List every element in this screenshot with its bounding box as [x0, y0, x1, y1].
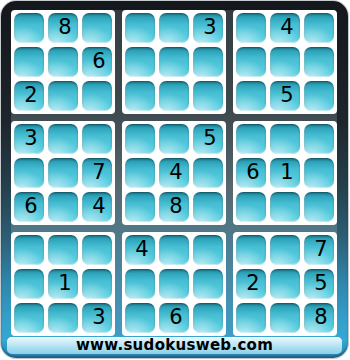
- cell-r2c4[interactable]: [125, 47, 155, 77]
- cell-r6c3[interactable]: 4: [82, 192, 112, 222]
- given-digit: 7: [92, 162, 105, 183]
- cell-r7c3[interactable]: [82, 235, 112, 265]
- cell-r4c4[interactable]: [125, 124, 155, 154]
- cell-r8c3[interactable]: [82, 269, 112, 299]
- cell-r9c8[interactable]: [270, 303, 300, 333]
- cell-r3c1[interactable]: 2: [14, 81, 44, 111]
- cell-r6c7[interactable]: [236, 192, 266, 222]
- given-digit: 4: [169, 162, 182, 183]
- cell-r8c7[interactable]: 2: [236, 269, 266, 299]
- cell-r4c2[interactable]: [48, 124, 78, 154]
- box-r1c3: 45: [233, 10, 337, 114]
- cell-r2c5[interactable]: [159, 47, 189, 77]
- cell-r7c2[interactable]: [48, 235, 78, 265]
- given-digit: 3: [92, 307, 105, 328]
- cell-r2c3[interactable]: 6: [82, 47, 112, 77]
- given-digit: 7: [314, 239, 327, 260]
- given-digit: 4: [92, 196, 105, 217]
- box-r1c2: 3: [122, 10, 226, 114]
- cell-r3c6[interactable]: [193, 81, 223, 111]
- cell-r1c6[interactable]: 3: [193, 13, 223, 43]
- cell-r1c3[interactable]: [82, 13, 112, 43]
- given-digit: 8: [58, 17, 71, 38]
- cell-r3c3[interactable]: [82, 81, 112, 111]
- box-r2c1: 3764: [11, 121, 115, 225]
- cell-r7c8[interactable]: [270, 235, 300, 265]
- cell-r6c4[interactable]: [125, 192, 155, 222]
- cell-r5c3[interactable]: 7: [82, 158, 112, 188]
- cell-r2c7[interactable]: [236, 47, 266, 77]
- cell-r3c5[interactable]: [159, 81, 189, 111]
- cell-r7c1[interactable]: [14, 235, 44, 265]
- given-digit: 1: [58, 273, 71, 294]
- cell-r3c4[interactable]: [125, 81, 155, 111]
- cell-r3c2[interactable]: [48, 81, 78, 111]
- cell-r6c8[interactable]: [270, 192, 300, 222]
- given-digit: 8: [169, 196, 182, 217]
- box-r3c3: 7258: [233, 232, 337, 336]
- board-frame: 86234537645486113467258 www.sudokusweb.c…: [1, 1, 348, 358]
- given-digit: 5: [314, 273, 327, 294]
- cell-r6c6[interactable]: [193, 192, 223, 222]
- cell-r4c6[interactable]: 5: [193, 124, 223, 154]
- cell-r5c6[interactable]: [193, 158, 223, 188]
- box-r3c2: 46: [122, 232, 226, 336]
- given-digit: 2: [246, 273, 259, 294]
- cell-r2c2[interactable]: [48, 47, 78, 77]
- given-digit: 4: [135, 239, 148, 260]
- cell-r3c8[interactable]: 5: [270, 81, 300, 111]
- cell-r7c4[interactable]: 4: [125, 235, 155, 265]
- given-digit: 5: [203, 128, 216, 149]
- cell-r2c6[interactable]: [193, 47, 223, 77]
- given-digit: 3: [24, 128, 37, 149]
- cell-r8c1[interactable]: [14, 269, 44, 299]
- cell-r6c1[interactable]: 6: [14, 192, 44, 222]
- cell-r3c7[interactable]: [236, 81, 266, 111]
- cell-r7c6[interactable]: [193, 235, 223, 265]
- cell-r8c6[interactable]: [193, 269, 223, 299]
- sudoku-board: 86234537645486113467258: [11, 10, 337, 336]
- box-r2c3: 61: [233, 121, 337, 225]
- cell-r9c7[interactable]: [236, 303, 266, 333]
- cell-r1c1[interactable]: [14, 13, 44, 43]
- cell-r5c1[interactable]: [14, 158, 44, 188]
- cell-r5c5[interactable]: 4: [159, 158, 189, 188]
- cell-r7c7[interactable]: [236, 235, 266, 265]
- box-r1c1: 862: [11, 10, 115, 114]
- cell-r1c9[interactable]: [304, 13, 334, 43]
- cell-r4c9[interactable]: [304, 124, 334, 154]
- given-digit: 1: [280, 162, 293, 183]
- cell-r9c1[interactable]: [14, 303, 44, 333]
- cell-r2c1[interactable]: [14, 47, 44, 77]
- cell-r9c3[interactable]: 3: [82, 303, 112, 333]
- cell-r9c6[interactable]: [193, 303, 223, 333]
- given-digit: 8: [314, 307, 327, 328]
- cell-r4c1[interactable]: 3: [14, 124, 44, 154]
- cell-r9c2[interactable]: [48, 303, 78, 333]
- box-r3c1: 13: [11, 232, 115, 336]
- cell-r2c9[interactable]: [304, 47, 334, 77]
- footer-bar: www.sudokusweb.com: [7, 337, 342, 354]
- cell-r1c4[interactable]: [125, 13, 155, 43]
- cell-r5c8[interactable]: 1: [270, 158, 300, 188]
- cell-r3c9[interactable]: [304, 81, 334, 111]
- given-digit: 6: [246, 162, 259, 183]
- cell-r8c4[interactable]: [125, 269, 155, 299]
- box-r2c2: 548: [122, 121, 226, 225]
- cell-r9c5[interactable]: 6: [159, 303, 189, 333]
- cell-r6c2[interactable]: [48, 192, 78, 222]
- given-digit: 6: [92, 51, 105, 72]
- cell-r6c5[interactable]: 8: [159, 192, 189, 222]
- given-digit: 2: [24, 85, 37, 106]
- cell-r4c7[interactable]: [236, 124, 266, 154]
- cell-r1c5[interactable]: [159, 13, 189, 43]
- cell-r8c8[interactable]: [270, 269, 300, 299]
- sudoku-widget: 86234537645486113467258 www.sudokusweb.c…: [0, 0, 350, 360]
- cell-r9c9[interactable]: 8: [304, 303, 334, 333]
- cell-r8c2[interactable]: 1: [48, 269, 78, 299]
- cell-r5c2[interactable]: [48, 158, 78, 188]
- website-url: www.sudokusweb.com: [76, 338, 273, 353]
- given-digit: 4: [280, 17, 293, 38]
- cell-r8c5[interactable]: [159, 269, 189, 299]
- cell-r7c9[interactable]: 7: [304, 235, 334, 265]
- given-digit: 6: [24, 196, 37, 217]
- given-digit: 5: [280, 85, 293, 106]
- cell-r4c3[interactable]: [82, 124, 112, 154]
- cell-r7c5[interactable]: [159, 235, 189, 265]
- cell-r2c8[interactable]: [270, 47, 300, 77]
- cell-r8c9[interactable]: 5: [304, 269, 334, 299]
- cell-r1c7[interactable]: [236, 13, 266, 43]
- cell-r5c7[interactable]: 6: [236, 158, 266, 188]
- given-digit: 6: [169, 307, 182, 328]
- given-digit: 3: [203, 17, 216, 38]
- cell-r1c2[interactable]: 8: [48, 13, 78, 43]
- cell-r9c4[interactable]: [125, 303, 155, 333]
- cell-r4c5[interactable]: [159, 124, 189, 154]
- cell-r4c8[interactable]: [270, 124, 300, 154]
- cell-r5c4[interactable]: [125, 158, 155, 188]
- cell-r5c9[interactable]: [304, 158, 334, 188]
- cell-r1c8[interactable]: 4: [270, 13, 300, 43]
- cell-r6c9[interactable]: [304, 192, 334, 222]
